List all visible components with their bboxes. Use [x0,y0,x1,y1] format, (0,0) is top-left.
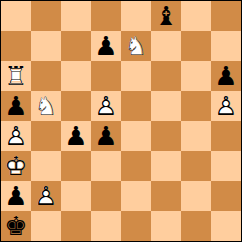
square-b8[interactable] [31,1,61,31]
square-f8[interactable]: ♝ [151,1,181,31]
square-a3[interactable]: ♚♔ [1,151,31,181]
square-b4[interactable] [31,121,61,151]
piece-white-knight-b5: ♞♘ [31,91,61,121]
black-pawn-icon: ♟ [91,31,121,61]
square-c2[interactable] [61,181,91,211]
square-c7[interactable] [61,31,91,61]
piece-white-pawn-a4: ♟♙ [1,121,31,151]
square-e5[interactable] [121,91,151,121]
black-pawn-icon: ♟ [1,91,31,121]
black-king-icon: ♚ [1,211,31,241]
square-d3[interactable] [91,151,121,181]
square-d2[interactable] [91,181,121,211]
square-a6[interactable]: ♜♖ [1,61,31,91]
square-b3[interactable] [31,151,61,181]
black-bishop-icon: ♝ [151,1,181,31]
square-a4[interactable]: ♟♙ [1,121,31,151]
square-d7[interactable]: ♟ [91,31,121,61]
square-g3[interactable] [181,151,211,181]
square-a7[interactable] [1,31,31,61]
black-pawn-icon: ♟ [61,121,91,151]
square-e6[interactable] [121,61,151,91]
white-rook-icon: ♖ [1,61,31,91]
white-knight-icon: ♘ [31,91,61,121]
square-c3[interactable] [61,151,91,181]
piece-white-rook-a6: ♜♖ [1,61,31,91]
square-c1[interactable] [61,211,91,241]
chess-board: ♝♟♞♘♜♖♟♟♞♘♟♙♟♙♟♙♟♟♚♔♟♟♙♚ [0,0,242,242]
square-a8[interactable] [1,1,31,31]
square-h2[interactable] [211,181,241,211]
square-c4[interactable]: ♟ [61,121,91,151]
square-e3[interactable] [121,151,151,181]
square-d5[interactable]: ♟♙ [91,91,121,121]
square-h4[interactable] [211,121,241,151]
square-d4[interactable]: ♟ [91,121,121,151]
square-f3[interactable] [151,151,181,181]
black-pawn-icon: ♟ [211,61,241,91]
piece-black-pawn-a2: ♟ [1,181,31,211]
white-knight-icon: ♘ [121,31,151,61]
piece-white-king-a3: ♚♔ [1,151,31,181]
piece-black-pawn-d4: ♟ [91,121,121,151]
chessboard-container: ♝♟♞♘♜♖♟♟♞♘♟♙♟♙♟♙♟♟♚♔♟♟♙♚ [0,0,242,242]
piece-black-bishop-f8: ♝ [151,1,181,31]
piece-white-knight-e7: ♞♘ [121,31,151,61]
white-king-icon: ♔ [1,151,31,181]
square-c5[interactable] [61,91,91,121]
square-f6[interactable] [151,61,181,91]
square-b7[interactable] [31,31,61,61]
square-f2[interactable] [151,181,181,211]
square-a2[interactable]: ♟ [1,181,31,211]
square-e8[interactable] [121,1,151,31]
piece-black-pawn-h6: ♟ [211,61,241,91]
square-f5[interactable] [151,91,181,121]
piece-black-king-a1: ♚ [1,211,31,241]
square-c6[interactable] [61,61,91,91]
black-pawn-icon: ♟ [91,121,121,151]
square-e7[interactable]: ♞♘ [121,31,151,61]
square-d1[interactable] [91,211,121,241]
square-b6[interactable] [31,61,61,91]
square-f7[interactable] [151,31,181,61]
square-c8[interactable] [61,1,91,31]
square-b1[interactable] [31,211,61,241]
piece-black-pawn-d7: ♟ [91,31,121,61]
square-g4[interactable] [181,121,211,151]
piece-black-pawn-a5: ♟ [1,91,31,121]
square-g8[interactable] [181,1,211,31]
piece-white-pawn-h5: ♟♙ [211,91,241,121]
square-g5[interactable] [181,91,211,121]
black-pawn-icon: ♟ [1,181,31,211]
square-f1[interactable] [151,211,181,241]
square-a1[interactable]: ♚ [1,211,31,241]
square-h6[interactable]: ♟ [211,61,241,91]
piece-white-pawn-d5: ♟♙ [91,91,121,121]
square-b2[interactable]: ♟♙ [31,181,61,211]
square-e4[interactable] [121,121,151,151]
square-h5[interactable]: ♟♙ [211,91,241,121]
square-b5[interactable]: ♞♘ [31,91,61,121]
square-h7[interactable] [211,31,241,61]
square-d8[interactable] [91,1,121,31]
square-g1[interactable] [181,211,211,241]
square-g2[interactable] [181,181,211,211]
square-g7[interactable] [181,31,211,61]
square-a5[interactable]: ♟ [1,91,31,121]
square-d6[interactable] [91,61,121,91]
white-pawn-icon: ♙ [1,121,31,151]
white-pawn-icon: ♙ [91,91,121,121]
piece-black-pawn-c4: ♟ [61,121,91,151]
square-f4[interactable] [151,121,181,151]
square-e1[interactable] [121,211,151,241]
white-pawn-icon: ♙ [31,181,61,211]
square-h3[interactable] [211,151,241,181]
piece-white-pawn-b2: ♟♙ [31,181,61,211]
square-h1[interactable] [211,211,241,241]
white-pawn-icon: ♙ [211,91,241,121]
square-e2[interactable] [121,181,151,211]
square-h8[interactable] [211,1,241,31]
square-g6[interactable] [181,61,211,91]
